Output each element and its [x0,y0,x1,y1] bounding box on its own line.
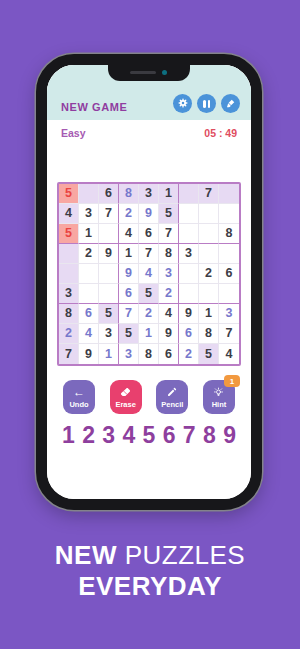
cell-r8c8[interactable]: 8 [199,324,219,344]
eraser-icon [119,386,132,399]
toolbar: ← Undo Erase Pencil [63,380,235,414]
cell-r9c6[interactable]: 6 [159,344,179,364]
cell-r4c9[interactable] [219,244,239,264]
cell-r4c3[interactable]: 9 [99,244,119,264]
cell-r4c8[interactable] [199,244,219,264]
status-row: Easy 05 : 49 [47,120,251,146]
cell-r2c4[interactable]: 2 [119,204,139,224]
cell-r7c6[interactable]: 4 [159,304,179,324]
phone-camera [162,70,167,75]
numpad-3[interactable]: 3 [102,424,115,447]
cell-r8c5[interactable]: 1 [139,324,159,344]
caption-line1: NEW PUZZLES [0,540,300,571]
cell-r2c6[interactable]: 5 [159,204,179,224]
pause-icon [203,100,210,108]
cell-r3c5[interactable]: 6 [139,224,159,244]
cell-r1c8[interactable]: 7 [199,184,219,204]
header-buttons [173,94,240,113]
difficulty-label: Easy [61,127,86,139]
cell-r8c9[interactable]: 7 [219,324,239,344]
numpad-6[interactable]: 6 [163,424,176,447]
cell-r9c7[interactable]: 2 [179,344,199,364]
cell-r8c6[interactable]: 9 [159,324,179,344]
cell-r5c7[interactable] [179,264,199,284]
cell-r1c4[interactable]: 8 [119,184,139,204]
numpad-7[interactable]: 7 [183,424,196,447]
phone-mockup: NEW GAME [36,54,262,510]
cell-r3c1[interactable]: 5 [59,224,79,244]
cell-r7c2[interactable]: 6 [79,304,99,324]
numpad-9[interactable]: 9 [223,424,236,447]
cell-r1c1[interactable]: 5 [59,184,79,204]
cell-r7c9[interactable]: 3 [219,304,239,324]
cell-r5c4[interactable]: 9 [119,264,139,284]
phone-speaker [130,71,156,74]
cell-r5c5[interactable]: 4 [139,264,159,284]
cell-r9c2[interactable]: 9 [79,344,99,364]
cell-r1c6[interactable]: 1 [159,184,179,204]
page-title: NEW GAME [61,101,128,113]
cell-r8c2[interactable]: 4 [79,324,99,344]
erase-label: Erase [115,400,135,409]
numpad: 123456789 [62,424,236,447]
cell-r2c3[interactable]: 7 [99,204,119,224]
cell-r1c3[interactable]: 6 [99,184,119,204]
cell-r1c7[interactable] [179,184,199,204]
cell-r1c9[interactable] [219,184,239,204]
cell-r8c7[interactable]: 6 [179,324,199,344]
lightbulb-icon [212,386,225,399]
cell-r4c1[interactable] [59,244,79,264]
cell-r2c7[interactable] [179,204,199,224]
cell-r9c9[interactable]: 4 [219,344,239,364]
undo-label: Undo [69,400,88,409]
undo-arrow-icon: ← [73,386,85,399]
cell-r4c7[interactable]: 3 [179,244,199,264]
cell-r9c4[interactable]: 3 [119,344,139,364]
cell-r6c1[interactable]: 3 [59,284,79,304]
cell-r7c3[interactable]: 5 [99,304,119,324]
caption-line2: EVERYDAY [0,571,300,602]
cell-r4c5[interactable]: 7 [139,244,159,264]
cell-r5c9[interactable]: 6 [219,264,239,284]
cell-r6c8[interactable] [199,284,219,304]
sudoku-grid: 5683174372955146782917839432636528657249… [57,182,241,366]
cell-r6c3[interactable] [99,284,119,304]
cell-r3c9[interactable]: 8 [219,224,239,244]
hint-button[interactable]: 1 Hint [203,380,235,414]
cell-r6c4[interactable]: 6 [119,284,139,304]
cell-r9c1[interactable]: 7 [59,344,79,364]
cell-r9c8[interactable]: 5 [199,344,219,364]
cell-r7c5[interactable]: 2 [139,304,159,324]
cell-r6c7[interactable] [179,284,199,304]
cell-r6c9[interactable] [219,284,239,304]
cell-r4c2[interactable]: 2 [79,244,99,264]
numpad-4[interactable]: 4 [122,424,135,447]
cell-r5c3[interactable] [99,264,119,284]
pause-button[interactable] [197,94,216,113]
cell-r3c7[interactable] [179,224,199,244]
cell-r5c2[interactable] [79,264,99,284]
timer: 05 : 49 [204,127,237,139]
cell-r7c7[interactable]: 9 [179,304,199,324]
app-screen: NEW GAME [47,65,251,499]
cell-r8c1[interactable]: 2 [59,324,79,344]
store-caption: NEW PUZZLES EVERYDAY [0,540,300,602]
cell-r8c3[interactable]: 3 [99,324,119,344]
settings-button[interactable] [173,94,192,113]
hint-label: Hint [212,400,227,409]
cell-r3c4[interactable]: 4 [119,224,139,244]
cell-r9c3[interactable]: 1 [99,344,119,364]
pencil-button[interactable]: Pencil [156,380,188,414]
cell-r7c4[interactable]: 7 [119,304,139,324]
numpad-5[interactable]: 5 [143,424,156,447]
cell-r4c4[interactable]: 1 [119,244,139,264]
cell-r8c4[interactable]: 5 [119,324,139,344]
pencil-label: Pencil [161,400,183,409]
gear-icon [177,95,189,113]
erase-button[interactable]: Erase [110,380,142,414]
cell-r1c2[interactable] [79,184,99,204]
numpad-8[interactable]: 8 [203,424,216,447]
undo-button[interactable]: ← Undo [63,380,95,414]
cell-r5c1[interactable] [59,264,79,284]
cell-r7c1[interactable]: 8 [59,304,79,324]
cell-r2c1[interactable]: 4 [59,204,79,224]
numpad-1[interactable]: 1 [62,424,75,447]
cell-r1c5[interactable]: 3 [139,184,159,204]
cell-r5c6[interactable]: 3 [159,264,179,284]
cell-r4c6[interactable]: 8 [159,244,179,264]
cell-r2c8[interactable] [199,204,219,224]
brush-icon [225,95,236,113]
cell-r6c2[interactable] [79,284,99,304]
cell-r3c3[interactable] [99,224,119,244]
cell-r2c5[interactable]: 9 [139,204,159,224]
theme-button[interactable] [221,94,240,113]
cell-r3c2[interactable]: 1 [79,224,99,244]
cell-r5c8[interactable]: 2 [199,264,219,284]
phone-notch [108,65,190,81]
cell-r3c6[interactable]: 7 [159,224,179,244]
cell-r6c5[interactable]: 5 [139,284,159,304]
cell-r9c5[interactable]: 8 [139,344,159,364]
pencil-icon [166,386,178,399]
numpad-2[interactable]: 2 [82,424,95,447]
cell-r7c8[interactable]: 1 [199,304,219,324]
cell-r3c8[interactable] [199,224,219,244]
cell-r6c6[interactable]: 2 [159,284,179,304]
hint-badge: 1 [224,375,240,387]
cell-r2c2[interactable]: 3 [79,204,99,224]
cell-r2c9[interactable] [219,204,239,224]
